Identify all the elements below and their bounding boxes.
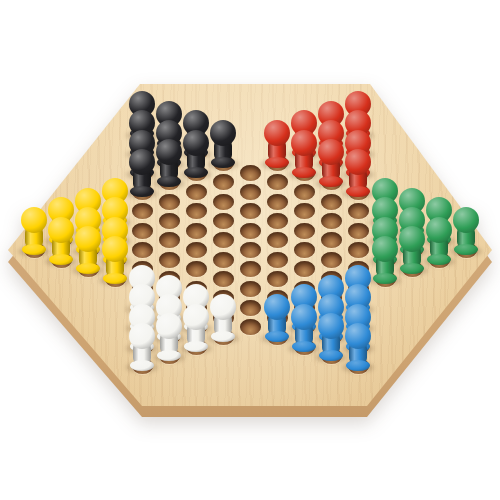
peg-white[interactable] <box>129 323 155 371</box>
peg-green[interactable] <box>426 217 452 265</box>
peg-base <box>130 186 154 197</box>
peg-white[interactable] <box>156 313 182 361</box>
peg-head <box>291 304 317 330</box>
peg-head <box>21 207 47 233</box>
peg-base <box>292 167 316 178</box>
board-stack <box>0 0 500 500</box>
hole[interactable] <box>240 184 261 200</box>
hole[interactable] <box>240 319 261 335</box>
peg-head <box>291 130 317 156</box>
peg-base <box>130 360 154 371</box>
peg-base <box>346 186 370 197</box>
peg-head <box>156 139 182 165</box>
peg-yellow[interactable] <box>21 207 47 255</box>
hole[interactable] <box>132 203 153 219</box>
hole[interactable] <box>267 174 288 190</box>
hole[interactable] <box>213 271 234 287</box>
peg-head <box>129 149 155 175</box>
hole[interactable] <box>240 242 261 258</box>
scene <box>0 0 500 500</box>
hole[interactable] <box>321 213 342 229</box>
peg-head <box>426 217 452 243</box>
peg-head <box>75 226 101 252</box>
hole[interactable] <box>240 261 261 277</box>
peg-green[interactable] <box>453 207 479 255</box>
hole[interactable] <box>132 223 153 239</box>
peg-head <box>129 323 155 349</box>
peg-red[interactable] <box>318 139 344 187</box>
peg-head <box>345 323 371 349</box>
peg-blue[interactable] <box>345 323 371 371</box>
peg-white[interactable] <box>183 304 209 352</box>
hole[interactable] <box>294 242 315 258</box>
peg-head <box>264 120 290 146</box>
peg-green[interactable] <box>372 236 398 284</box>
peg-red[interactable] <box>345 149 371 197</box>
hole[interactable] <box>186 223 207 239</box>
peg-yellow[interactable] <box>48 217 74 265</box>
hole[interactable] <box>159 194 180 210</box>
peg-head <box>183 304 209 330</box>
hole[interactable] <box>267 232 288 248</box>
peg-black[interactable] <box>156 139 182 187</box>
peg-head <box>48 217 74 243</box>
hole[interactable] <box>213 213 234 229</box>
peg-head <box>210 120 236 146</box>
hole[interactable] <box>213 232 234 248</box>
hole[interactable] <box>294 203 315 219</box>
peg-base <box>373 273 397 284</box>
hole[interactable] <box>348 203 369 219</box>
peg-head <box>102 236 128 262</box>
peg-base <box>265 331 289 342</box>
peg-base <box>292 341 316 352</box>
hole[interactable] <box>186 242 207 258</box>
hole[interactable] <box>159 232 180 248</box>
hole[interactable] <box>240 203 261 219</box>
hole[interactable] <box>240 223 261 239</box>
hole[interactable] <box>321 252 342 268</box>
hole[interactable] <box>186 203 207 219</box>
peg-white[interactable] <box>210 294 236 342</box>
peg-head <box>210 294 236 320</box>
hole[interactable] <box>321 232 342 248</box>
peg-base <box>22 244 46 255</box>
hole[interactable] <box>213 194 234 210</box>
peg-green[interactable] <box>399 226 425 274</box>
hole[interactable] <box>348 242 369 258</box>
peg-head <box>264 294 290 320</box>
hole[interactable] <box>213 252 234 268</box>
peg-black[interactable] <box>183 130 209 178</box>
peg-yellow[interactable] <box>75 226 101 274</box>
peg-red[interactable] <box>291 130 317 178</box>
hole[interactable] <box>294 223 315 239</box>
peg-head <box>453 207 479 233</box>
peg-head <box>183 130 209 156</box>
peg-base <box>211 331 235 342</box>
hole[interactable] <box>267 252 288 268</box>
peg-head <box>372 236 398 262</box>
hole[interactable] <box>294 184 315 200</box>
hole[interactable] <box>267 213 288 229</box>
hole[interactable] <box>267 271 288 287</box>
peg-black[interactable] <box>210 120 236 168</box>
peg-base <box>211 157 235 168</box>
peg-head <box>156 313 182 339</box>
hole[interactable] <box>240 300 261 316</box>
hole[interactable] <box>240 165 261 181</box>
hole[interactable] <box>159 252 180 268</box>
peg-base <box>184 167 208 178</box>
hole[interactable] <box>240 281 261 297</box>
peg-head <box>399 226 425 252</box>
hole[interactable] <box>159 213 180 229</box>
hole[interactable] <box>213 174 234 190</box>
peg-base <box>346 360 370 371</box>
peg-base <box>184 341 208 352</box>
hole[interactable] <box>186 261 207 277</box>
peg-head <box>318 313 344 339</box>
hole[interactable] <box>321 194 342 210</box>
peg-blue[interactable] <box>264 294 290 342</box>
peg-base <box>454 244 478 255</box>
hole[interactable] <box>186 184 207 200</box>
peg-base <box>265 157 289 168</box>
hole[interactable] <box>132 242 153 258</box>
peg-head <box>318 139 344 165</box>
peg-head <box>345 149 371 175</box>
peg-blue[interactable] <box>318 313 344 361</box>
peg-base <box>103 273 127 284</box>
peg-base <box>49 254 73 265</box>
hole[interactable] <box>267 194 288 210</box>
hole[interactable] <box>348 223 369 239</box>
peg-yellow[interactable] <box>102 236 128 284</box>
peg-red[interactable] <box>264 120 290 168</box>
peg-black[interactable] <box>129 149 155 197</box>
peg-area <box>0 0 500 500</box>
peg-blue[interactable] <box>291 304 317 352</box>
hole[interactable] <box>294 261 315 277</box>
peg-base <box>427 254 451 265</box>
